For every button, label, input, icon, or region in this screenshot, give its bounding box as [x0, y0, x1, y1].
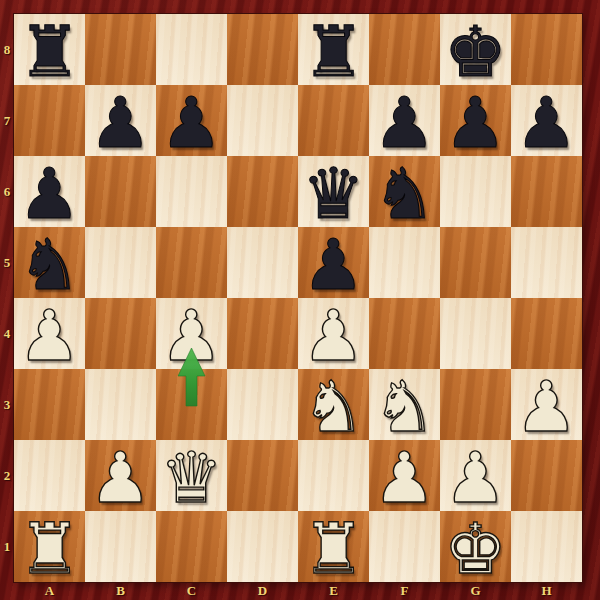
file-label-text: B: [116, 583, 125, 599]
file-label-f: F: [369, 582, 440, 600]
square-b4[interactable]: [85, 298, 156, 369]
chess-board: ♜♜♚♟♟♟♟♟♟♛♞♞♟♟♟♟♞♞♟♟♛♟♟♜♜♚: [14, 14, 582, 582]
square-h8[interactable]: [511, 14, 582, 85]
square-a5[interactable]: ♞: [14, 227, 85, 298]
piece-white-pawn-h3[interactable]: ♟: [515, 372, 578, 442]
rank-label-text: 7: [4, 113, 11, 129]
rank-label-text: 4: [4, 326, 11, 342]
square-b6[interactable]: [85, 156, 156, 227]
square-c7[interactable]: ♟: [156, 85, 227, 156]
file-label-e: E: [298, 582, 369, 600]
piece-black-pawn-c7[interactable]: ♟: [160, 88, 223, 158]
piece-white-pawn-g2[interactable]: ♟: [444, 443, 507, 513]
square-g3[interactable]: [440, 369, 511, 440]
piece-black-king-g8[interactable]: ♚: [444, 17, 507, 87]
square-h2[interactable]: [511, 440, 582, 511]
piece-white-knight-e3[interactable]: ♞: [302, 372, 365, 442]
square-b7[interactable]: ♟: [85, 85, 156, 156]
piece-white-pawn-c4[interactable]: ♟: [160, 301, 223, 371]
piece-black-knight-a5[interactable]: ♞: [18, 230, 81, 300]
square-g2[interactable]: ♟: [440, 440, 511, 511]
piece-black-pawn-a6[interactable]: ♟: [18, 159, 81, 229]
square-f2[interactable]: ♟: [369, 440, 440, 511]
square-b2[interactable]: ♟: [85, 440, 156, 511]
rank-label-7: 7: [0, 85, 14, 156]
square-d7[interactable]: [227, 85, 298, 156]
rank-label-6: 6: [0, 156, 14, 227]
square-g1[interactable]: ♚: [440, 511, 511, 582]
rank-label-1: 1: [0, 511, 14, 582]
file-label-text: D: [258, 583, 267, 599]
square-b8[interactable]: [85, 14, 156, 85]
square-h4[interactable]: [511, 298, 582, 369]
file-label-text: A: [45, 583, 54, 599]
piece-black-pawn-e5[interactable]: ♟: [302, 230, 365, 300]
square-b3[interactable]: [85, 369, 156, 440]
rank-label-5: 5: [0, 227, 14, 298]
square-f4[interactable]: [369, 298, 440, 369]
piece-black-pawn-h7[interactable]: ♟: [515, 88, 578, 158]
square-c5[interactable]: [156, 227, 227, 298]
piece-white-queen-c2[interactable]: ♛: [160, 443, 223, 513]
piece-white-pawn-f2[interactable]: ♟: [373, 443, 436, 513]
square-g4[interactable]: [440, 298, 511, 369]
piece-black-queen-e6[interactable]: ♛: [302, 159, 365, 229]
rank-label-text: 3: [4, 397, 11, 413]
file-label-c: C: [156, 582, 227, 600]
rank-label-2: 2: [0, 440, 14, 511]
square-g7[interactable]: ♟: [440, 85, 511, 156]
square-c8[interactable]: [156, 14, 227, 85]
square-f5[interactable]: [369, 227, 440, 298]
piece-black-pawn-f7[interactable]: ♟: [373, 88, 436, 158]
square-a2[interactable]: [14, 440, 85, 511]
rank-label-8: 8: [0, 14, 14, 85]
square-d6[interactable]: [227, 156, 298, 227]
square-a8[interactable]: ♜: [14, 14, 85, 85]
file-label-text: F: [401, 583, 409, 599]
piece-black-knight-f6[interactable]: ♞: [373, 159, 436, 229]
piece-white-pawn-b2[interactable]: ♟: [89, 443, 152, 513]
square-e7[interactable]: [298, 85, 369, 156]
square-c4[interactable]: ♟: [156, 298, 227, 369]
square-a4[interactable]: ♟: [14, 298, 85, 369]
file-label-text: H: [541, 583, 551, 599]
square-a1[interactable]: ♜: [14, 511, 85, 582]
rank-label-3: 3: [0, 369, 14, 440]
piece-black-pawn-g7[interactable]: ♟: [444, 88, 507, 158]
rank-label-text: 1: [4, 539, 11, 555]
rank-label-text: 6: [4, 184, 11, 200]
file-label-g: G: [440, 582, 511, 600]
square-c6[interactable]: [156, 156, 227, 227]
rank-label-4: 4: [0, 298, 14, 369]
piece-white-rook-e1[interactable]: ♜: [302, 514, 365, 584]
rank-label-text: 5: [4, 255, 11, 271]
piece-white-rook-a1[interactable]: ♜: [18, 514, 81, 584]
square-f3[interactable]: ♞: [369, 369, 440, 440]
square-d3[interactable]: [227, 369, 298, 440]
square-f6[interactable]: ♞: [369, 156, 440, 227]
piece-white-pawn-e4[interactable]: ♟: [302, 301, 365, 371]
file-label-h: H: [511, 582, 582, 600]
square-a7[interactable]: [14, 85, 85, 156]
square-c3[interactable]: [156, 369, 227, 440]
square-e2[interactable]: [298, 440, 369, 511]
square-e6[interactable]: ♛: [298, 156, 369, 227]
square-d8[interactable]: [227, 14, 298, 85]
square-f8[interactable]: [369, 14, 440, 85]
square-e1[interactable]: ♜: [298, 511, 369, 582]
square-b5[interactable]: [85, 227, 156, 298]
square-h3[interactable]: ♟: [511, 369, 582, 440]
square-c2[interactable]: ♛: [156, 440, 227, 511]
file-label-text: G: [470, 583, 480, 599]
square-e3[interactable]: ♞: [298, 369, 369, 440]
piece-black-rook-a8[interactable]: ♜: [18, 17, 81, 87]
square-d4[interactable]: [227, 298, 298, 369]
file-label-b: B: [85, 582, 156, 600]
file-label-a: A: [14, 582, 85, 600]
piece-white-king-g1[interactable]: ♚: [444, 514, 507, 584]
square-g6[interactable]: [440, 156, 511, 227]
square-h1[interactable]: [511, 511, 582, 582]
file-label-d: D: [227, 582, 298, 600]
square-d2[interactable]: [227, 440, 298, 511]
square-f7[interactable]: ♟: [369, 85, 440, 156]
square-e4[interactable]: ♟: [298, 298, 369, 369]
square-e8[interactable]: ♜: [298, 14, 369, 85]
square-a3[interactable]: [14, 369, 85, 440]
file-label-text: C: [187, 583, 196, 599]
square-h5[interactable]: [511, 227, 582, 298]
chess-board-frame: ♜♜♚♟♟♟♟♟♟♛♞♞♟♟♟♟♞♞♟♟♛♟♟♜♜♚ 87654321ABCDE…: [0, 0, 600, 600]
square-g5[interactable]: [440, 227, 511, 298]
square-c1[interactable]: [156, 511, 227, 582]
square-g8[interactable]: ♚: [440, 14, 511, 85]
piece-black-rook-e8[interactable]: ♜: [302, 17, 365, 87]
square-e5[interactable]: ♟: [298, 227, 369, 298]
square-h7[interactable]: ♟: [511, 85, 582, 156]
rank-label-text: 8: [4, 42, 11, 58]
rank-label-text: 2: [4, 468, 11, 484]
square-h6[interactable]: [511, 156, 582, 227]
piece-white-pawn-a4[interactable]: ♟: [18, 301, 81, 371]
square-d1[interactable]: [227, 511, 298, 582]
square-d5[interactable]: [227, 227, 298, 298]
square-b1[interactable]: [85, 511, 156, 582]
square-f1[interactable]: [369, 511, 440, 582]
file-label-text: E: [329, 583, 338, 599]
piece-black-pawn-b7[interactable]: ♟: [89, 88, 152, 158]
piece-white-knight-f3[interactable]: ♞: [373, 372, 436, 442]
square-a6[interactable]: ♟: [14, 156, 85, 227]
